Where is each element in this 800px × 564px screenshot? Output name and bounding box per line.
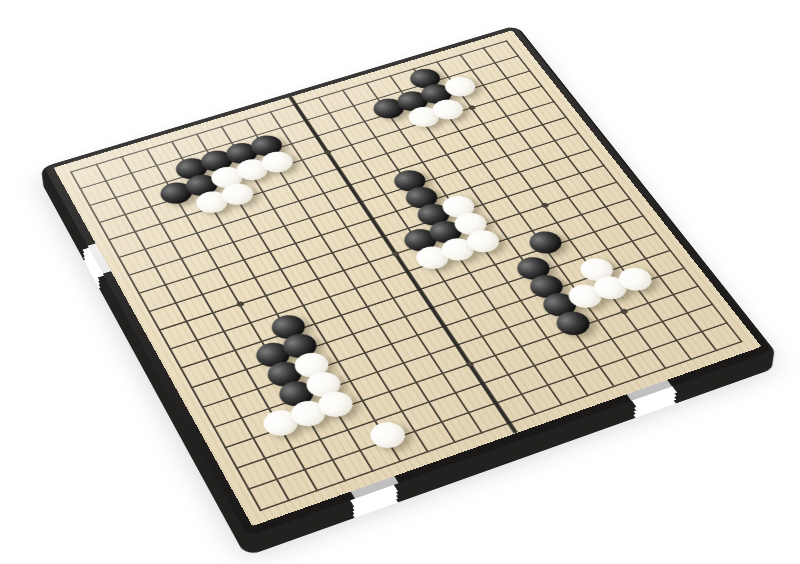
go-board bbox=[36, 20, 781, 543]
wood-surface bbox=[54, 30, 762, 526]
black-stone[interactable] bbox=[524, 228, 567, 257]
star-point bbox=[540, 202, 549, 208]
grid-line-vertical bbox=[483, 47, 718, 351]
white-stone[interactable] bbox=[365, 418, 411, 452]
go-board-scene bbox=[0, 0, 800, 564]
star-point bbox=[619, 308, 629, 315]
